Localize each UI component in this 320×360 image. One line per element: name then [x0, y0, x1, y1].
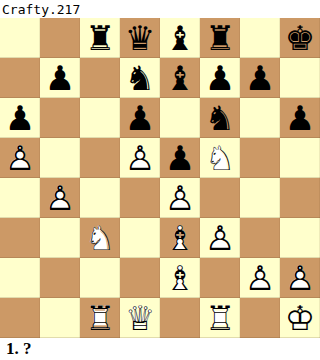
- square-e8[interactable]: ♝: [160, 18, 200, 58]
- black-rook[interactable]: ♜: [200, 18, 240, 58]
- square-a5[interactable]: ♟♙: [0, 138, 40, 178]
- white-pawn[interactable]: ♙: [200, 218, 240, 258]
- square-d2[interactable]: [120, 258, 160, 298]
- square-e2[interactable]: ♝♗: [160, 258, 200, 298]
- black-queen[interactable]: ♛: [120, 18, 160, 58]
- white-pawn[interactable]: ♙: [160, 178, 200, 218]
- square-f1[interactable]: ♜♖: [200, 298, 240, 338]
- white-pawn[interactable]: ♙: [280, 258, 320, 298]
- black-pawn[interactable]: ♟: [200, 58, 240, 98]
- square-c4[interactable]: [80, 178, 120, 218]
- square-c2[interactable]: [80, 258, 120, 298]
- square-c1[interactable]: ♜♖: [80, 298, 120, 338]
- square-g8[interactable]: [240, 18, 280, 58]
- square-b4[interactable]: ♟♙: [40, 178, 80, 218]
- square-b7[interactable]: ♟: [40, 58, 80, 98]
- square-a6[interactable]: ♟: [0, 98, 40, 138]
- square-e1[interactable]: [160, 298, 200, 338]
- black-pawn[interactable]: ♟: [0, 98, 40, 138]
- square-g1[interactable]: [240, 298, 280, 338]
- square-b5[interactable]: [40, 138, 80, 178]
- square-d6[interactable]: ♟: [120, 98, 160, 138]
- black-pawn[interactable]: ♟: [40, 58, 80, 98]
- footer-bar: 1. ?: [0, 338, 320, 360]
- square-a2[interactable]: [0, 258, 40, 298]
- square-c6[interactable]: [80, 98, 120, 138]
- square-b1[interactable]: [40, 298, 80, 338]
- white-bishop[interactable]: ♗: [160, 218, 200, 258]
- square-b2[interactable]: [40, 258, 80, 298]
- white-pawn[interactable]: ♙: [120, 138, 160, 178]
- white-king[interactable]: ♔: [280, 298, 320, 338]
- square-g7[interactable]: ♟: [240, 58, 280, 98]
- square-e3[interactable]: ♝♗: [160, 218, 200, 258]
- square-b6[interactable]: [40, 98, 80, 138]
- white-queen[interactable]: ♕: [120, 298, 160, 338]
- square-f3[interactable]: ♟♙: [200, 218, 240, 258]
- white-pawn[interactable]: ♙: [240, 258, 280, 298]
- square-d1[interactable]: ♛♕: [120, 298, 160, 338]
- square-a3[interactable]: [0, 218, 40, 258]
- square-g2[interactable]: ♟♙: [240, 258, 280, 298]
- square-d4[interactable]: [120, 178, 160, 218]
- square-h3[interactable]: [280, 218, 320, 258]
- square-h8[interactable]: ♚: [280, 18, 320, 58]
- game-title: Crafty.217: [0, 2, 80, 17]
- black-pawn[interactable]: ♟: [160, 138, 200, 178]
- white-pawn[interactable]: ♙: [40, 178, 80, 218]
- black-pawn[interactable]: ♟: [280, 98, 320, 138]
- square-b3[interactable]: [40, 218, 80, 258]
- white-rook[interactable]: ♖: [200, 298, 240, 338]
- square-a7[interactable]: [0, 58, 40, 98]
- square-a1[interactable]: [0, 298, 40, 338]
- square-h1[interactable]: ♚♔: [280, 298, 320, 338]
- chess-board: ♜♛♝♜♚♟♞♝♟♟♟♟♞♟♟♙♟♙♟♞♘♟♙♟♙♞♘♝♗♟♙♝♗♟♙♟♙♜♖♛…: [0, 18, 320, 338]
- square-e7[interactable]: ♝: [160, 58, 200, 98]
- square-e4[interactable]: ♟♙: [160, 178, 200, 218]
- square-g6[interactable]: [240, 98, 280, 138]
- square-f4[interactable]: [200, 178, 240, 218]
- square-f8[interactable]: ♜: [200, 18, 240, 58]
- square-e5[interactable]: ♟: [160, 138, 200, 178]
- square-b8[interactable]: [40, 18, 80, 58]
- white-pawn[interactable]: ♙: [0, 138, 40, 178]
- square-h4[interactable]: [280, 178, 320, 218]
- square-f6[interactable]: ♞: [200, 98, 240, 138]
- square-h7[interactable]: [280, 58, 320, 98]
- square-d5[interactable]: ♟♙: [120, 138, 160, 178]
- square-d7[interactable]: ♞: [120, 58, 160, 98]
- square-g5[interactable]: [240, 138, 280, 178]
- square-c7[interactable]: [80, 58, 120, 98]
- black-pawn[interactable]: ♟: [120, 98, 160, 138]
- title-bar: Crafty.217: [0, 0, 320, 18]
- square-h6[interactable]: ♟: [280, 98, 320, 138]
- black-bishop[interactable]: ♝: [160, 18, 200, 58]
- black-rook[interactable]: ♜: [80, 18, 120, 58]
- black-knight[interactable]: ♞: [120, 58, 160, 98]
- square-c8[interactable]: ♜: [80, 18, 120, 58]
- square-a8[interactable]: [0, 18, 40, 58]
- white-rook[interactable]: ♖: [80, 298, 120, 338]
- black-king[interactable]: ♚: [280, 18, 320, 58]
- square-a4[interactable]: [0, 178, 40, 218]
- black-pawn[interactable]: ♟: [240, 58, 280, 98]
- square-e6[interactable]: [160, 98, 200, 138]
- square-c3[interactable]: ♞♘: [80, 218, 120, 258]
- square-d3[interactable]: [120, 218, 160, 258]
- square-f5[interactable]: ♞♘: [200, 138, 240, 178]
- square-f7[interactable]: ♟: [200, 58, 240, 98]
- square-f2[interactable]: [200, 258, 240, 298]
- square-g4[interactable]: [240, 178, 280, 218]
- black-bishop[interactable]: ♝: [160, 58, 200, 98]
- white-bishop[interactable]: ♗: [160, 258, 200, 298]
- square-d8[interactable]: ♛: [120, 18, 160, 58]
- move-prompt: 1. ?: [0, 339, 32, 359]
- square-h2[interactable]: ♟♙: [280, 258, 320, 298]
- square-g3[interactable]: [240, 218, 280, 258]
- square-c5[interactable]: [80, 138, 120, 178]
- white-knight[interactable]: ♘: [80, 218, 120, 258]
- square-h5[interactable]: [280, 138, 320, 178]
- white-knight[interactable]: ♘: [200, 138, 240, 178]
- black-knight[interactable]: ♞: [200, 98, 240, 138]
